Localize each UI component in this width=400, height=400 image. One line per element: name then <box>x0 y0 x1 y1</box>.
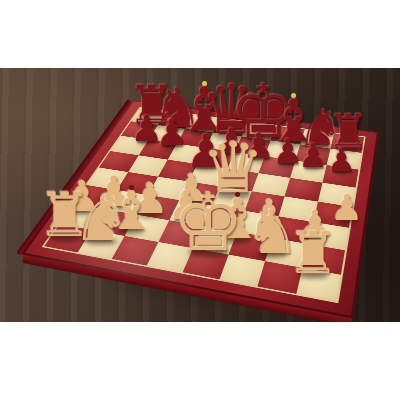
piece-contact-shadow <box>333 170 349 174</box>
chess-piece-glyph: ♟ <box>130 111 162 147</box>
chess-piece-glyph: ♟ <box>174 169 208 207</box>
chess-piece-glyph: ♟ <box>185 128 226 174</box>
chess-piece-glyph: ♟ <box>243 129 274 164</box>
piece-contact-shadow <box>299 272 328 279</box>
piece-contact-shadow <box>50 234 81 241</box>
piece-contact-shadow <box>308 144 333 150</box>
piece-contact-shadow <box>245 135 282 144</box>
bishop-finial <box>202 81 207 86</box>
chess-set-product-photo: ♜♞♝♛♚♝♞♜♟♟♟♟♟♟♟♟♜♟♞♝♟♟♟♟♛♚♝♟♞♟♜♟ <box>0 0 400 400</box>
piece-contact-shadow <box>188 248 228 258</box>
piece-contact-shadow <box>176 218 196 223</box>
piece-red-P-d7: ♟ <box>231 155 262 190</box>
chess-piece-glyph: ♝ <box>108 184 156 237</box>
chess-piece-glyph: ♜ <box>38 184 93 245</box>
white-band-top <box>0 0 400 68</box>
chess-piece-glyph: ♟ <box>327 144 356 176</box>
chess-piece-glyph: ♟ <box>168 185 204 225</box>
piece-contact-shadow <box>103 205 124 210</box>
piece-red-Q-d8: ♛ <box>232 136 293 204</box>
chess-piece-glyph: ♟ <box>252 194 288 234</box>
piece-contact-shadow <box>85 238 117 246</box>
piece-contact-shadow <box>223 153 241 157</box>
piece-red-R-h8: ♜ <box>348 149 390 196</box>
piece-contact-shadow <box>138 121 165 127</box>
chess-piece-glyph: ♛ <box>201 77 262 145</box>
piece-white-N-b1: ♞ <box>101 242 158 306</box>
chess-piece-glyph: ♛ <box>202 134 265 204</box>
piece-white-P-d4: ♟ <box>191 202 225 240</box>
piece-white-P-f3: ♟ <box>269 229 305 269</box>
piece-contact-shadow <box>163 145 181 149</box>
chess-piece-glyph: ♟ <box>95 171 133 213</box>
piece-white-B-b2: ♝ <box>131 231 179 284</box>
chess-piece-glyph: ♝ <box>268 92 320 150</box>
piece-contact-shadow <box>182 200 201 205</box>
bishop-finial <box>291 93 296 98</box>
chess-piece-glyph: ♝ <box>178 80 232 140</box>
chess-piece-glyph: ♜ <box>128 78 176 131</box>
piece-contact-shadow <box>118 228 145 234</box>
chess-piece-glyph: ♞ <box>153 80 202 135</box>
chess-piece-glyph: ♟ <box>298 139 328 172</box>
chess-piece-glyph: ♟ <box>216 124 247 159</box>
piece-contact-shadow <box>257 251 288 258</box>
piece-white-P-a2: ♟ <box>82 213 120 255</box>
piece-white-B-e2: ♝ <box>238 240 288 296</box>
piece-red-P-b7: ♟ <box>172 147 204 183</box>
chess-piece-glyph: ♟ <box>331 190 363 226</box>
piece-white-K-e1: ♚ <box>208 253 280 333</box>
piece-white-P-h3: ♟ <box>315 239 350 278</box>
piece-red-P-a7: ♟ <box>147 143 179 179</box>
piece-contact-shadow <box>189 129 219 136</box>
piece-red-N-b8: ♞ <box>178 129 227 184</box>
piece-red-R-a8: ♜ <box>152 125 200 178</box>
piece-contact-shadow <box>139 213 160 218</box>
chess-piece-glyph: ♞ <box>298 103 343 153</box>
chess-piece-glyph: ♚ <box>230 74 296 148</box>
piece-contact-shadow <box>337 146 361 152</box>
piece-contact-shadow <box>305 237 325 242</box>
piece-contact-shadow <box>279 140 308 147</box>
chess-piece-glyph: ♟ <box>273 134 303 168</box>
chess-piece-glyph: ♟ <box>131 178 169 220</box>
chess-piece-glyph: ♜ <box>327 108 369 155</box>
chess-piece-glyph: ♞ <box>72 185 129 249</box>
piece-contact-shadow <box>259 227 279 232</box>
bishop-finial <box>235 192 240 197</box>
piece-contact-shadow <box>216 191 251 199</box>
piece-white-P-b3: ♟ <box>114 208 152 250</box>
chess-piece-glyph: ♝ <box>212 191 262 247</box>
chess-piece-glyph: ♟ <box>297 205 332 244</box>
piece-contact-shadow <box>138 140 156 144</box>
piece-contact-shadow <box>338 220 356 224</box>
chess-piece-glyph: ♜ <box>287 224 339 282</box>
piece-contact-shadow <box>224 237 252 244</box>
piece-red-P-e7: ♟ <box>259 160 290 195</box>
white-band-bottom <box>0 322 400 400</box>
piece-red-B-c8: ♝ <box>204 132 258 192</box>
piece-red-N-g8: ♞ <box>320 147 365 197</box>
piece-contact-shadow <box>305 166 322 170</box>
chess-piece-glyph: ♟ <box>156 115 188 151</box>
piece-white-R-a1: ♜ <box>65 238 120 299</box>
piece-red-P-f7: ♟ <box>288 164 318 198</box>
piece-contact-shadow <box>195 165 218 171</box>
piece-white-N-g2: ♞ <box>272 255 327 316</box>
chess-piece-glyph: ♟ <box>63 176 101 218</box>
piece-white-P-d3: ♟ <box>186 220 222 260</box>
piece-red-P-h7: ♟ <box>341 172 370 204</box>
bishop-finial <box>129 185 134 190</box>
piece-contact-shadow <box>250 157 268 161</box>
piece-contact-shadow <box>71 210 92 215</box>
piece-white-P-border-right: ♟ <box>347 222 379 258</box>
piece-red-B-f8: ♝ <box>294 143 346 201</box>
piece-contact-shadow <box>215 132 249 140</box>
chess-piece-glyph: ♚ <box>172 182 244 262</box>
piece-red-K-e8: ♚ <box>263 139 329 213</box>
chess-piece-glyph: ♞ <box>245 201 300 262</box>
piece-red-P-g7: ♟ <box>313 168 343 201</box>
piece-white-P-c3: ♟ <box>150 215 188 257</box>
piece-contact-shadow <box>279 162 296 166</box>
piece-red-P-d5: ♟ <box>206 168 247 214</box>
piece-white-Q-e4: ♛ <box>233 195 296 265</box>
piece-contact-shadow <box>164 125 192 132</box>
